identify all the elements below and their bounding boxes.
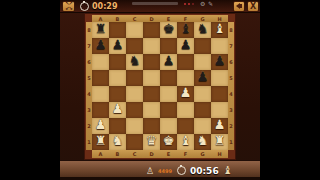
square-c5[interactable] bbox=[126, 70, 143, 86]
square-h3[interactable] bbox=[211, 102, 228, 118]
close-button[interactable]: X bbox=[247, 1, 259, 12]
square-d6[interactable] bbox=[143, 54, 160, 70]
square-d5[interactable] bbox=[143, 70, 160, 86]
piece-white-N: ♞ bbox=[197, 133, 209, 149]
white-clock-icon bbox=[177, 166, 186, 175]
piece-white-R: ♜ bbox=[214, 133, 226, 149]
square-a6[interactable] bbox=[92, 54, 109, 70]
coord-label: 4 bbox=[228, 86, 234, 102]
piece-black-N: ♞ bbox=[129, 53, 141, 69]
coord-label: 6 bbox=[228, 54, 234, 70]
square-g2[interactable] bbox=[194, 118, 211, 134]
coord-label: D bbox=[143, 150, 160, 158]
screen: ↖↗↙↘ 00:29 ⚙ ✎ X ABCDEFGH 87654321 ♜♚♝♞♝… bbox=[0, 0, 320, 180]
square-c7[interactable] bbox=[126, 38, 143, 54]
square-f1[interactable]: ♝ bbox=[177, 134, 194, 150]
square-d2[interactable] bbox=[143, 118, 160, 134]
bottom-bar: ♙ 4499 00:56 ♝ bbox=[60, 160, 260, 180]
square-b2[interactable] bbox=[109, 118, 126, 134]
mute-button[interactable] bbox=[233, 1, 245, 12]
board-squares: ♜♚♝♞♝♟♟♟♞♟♟♟♟♟♟♟♜♞♛♚♝♞♜ bbox=[92, 22, 228, 150]
coord-label: B bbox=[109, 150, 126, 158]
piece-white-K: ♚ bbox=[163, 133, 175, 149]
square-a5[interactable] bbox=[92, 70, 109, 86]
square-g5[interactable]: ♟ bbox=[194, 70, 211, 86]
square-d8[interactable] bbox=[143, 22, 160, 38]
coord-label: F bbox=[177, 150, 194, 158]
square-b7[interactable]: ♟ bbox=[109, 38, 126, 54]
square-a4[interactable] bbox=[92, 86, 109, 102]
piece-black-P: ♟ bbox=[180, 37, 192, 53]
square-d1[interactable]: ♛ bbox=[143, 134, 160, 150]
app-window: ↖↗↙↘ 00:29 ⚙ ✎ X ABCDEFGH 87654321 ♜♚♝♞♝… bbox=[60, 0, 260, 180]
coord-label: B bbox=[109, 15, 126, 22]
square-f6[interactable] bbox=[177, 54, 194, 70]
square-g7[interactable] bbox=[194, 38, 211, 54]
coord-label: 2 bbox=[228, 118, 234, 134]
coord-label: H bbox=[211, 150, 228, 158]
square-f3[interactable] bbox=[177, 102, 194, 118]
square-g3[interactable] bbox=[194, 102, 211, 118]
square-e3[interactable] bbox=[160, 102, 177, 118]
coord-label: 5 bbox=[228, 70, 234, 86]
fullscreen-button[interactable]: ↖↗↙↘ bbox=[62, 1, 75, 12]
square-b4[interactable] bbox=[109, 86, 126, 102]
square-g8[interactable]: ♞ bbox=[194, 22, 211, 38]
piece-black-P: ♟ bbox=[112, 37, 124, 53]
square-b5[interactable] bbox=[109, 70, 126, 86]
square-e8[interactable]: ♚ bbox=[160, 22, 177, 38]
square-b1[interactable]: ♞ bbox=[109, 134, 126, 150]
piece-black-N: ♞ bbox=[197, 21, 209, 37]
top-bar: ↖↗↙↘ 00:29 ⚙ ✎ X bbox=[60, 0, 260, 13]
coord-label: 8 bbox=[228, 22, 234, 38]
square-c4[interactable] bbox=[126, 86, 143, 102]
square-d4[interactable] bbox=[143, 86, 160, 102]
square-f2[interactable] bbox=[177, 118, 194, 134]
square-a2[interactable]: ♟ bbox=[92, 118, 109, 134]
square-h8[interactable]: ♝ bbox=[211, 22, 228, 38]
piece-white-Q: ♛ bbox=[146, 133, 158, 149]
piece-black-P: ♟ bbox=[95, 37, 107, 53]
close-icon: X bbox=[250, 2, 256, 11]
coord-label: 3 bbox=[228, 102, 234, 118]
square-e7[interactable] bbox=[160, 38, 177, 54]
black-clock-icon bbox=[80, 2, 89, 11]
square-e6[interactable]: ♟ bbox=[160, 54, 177, 70]
square-g1[interactable]: ♞ bbox=[194, 134, 211, 150]
square-a3[interactable] bbox=[92, 102, 109, 118]
piece-white-P: ♟ bbox=[95, 117, 107, 133]
square-a8[interactable]: ♜ bbox=[92, 22, 109, 38]
square-d3[interactable] bbox=[143, 102, 160, 118]
square-h4[interactable] bbox=[211, 86, 228, 102]
square-c2[interactable] bbox=[126, 118, 143, 134]
square-b8[interactable] bbox=[109, 22, 126, 38]
square-f8[interactable]: ♝ bbox=[177, 22, 194, 38]
piece-white-R: ♜ bbox=[95, 133, 107, 149]
coord-label: E bbox=[160, 150, 177, 158]
coord-label: D bbox=[143, 15, 160, 22]
coord-label: C bbox=[126, 15, 143, 22]
square-f5[interactable] bbox=[177, 70, 194, 86]
square-h7[interactable] bbox=[211, 38, 228, 54]
piece-black-R: ♜ bbox=[95, 21, 107, 37]
square-c1[interactable] bbox=[126, 134, 143, 150]
piece-white-B: ♝ bbox=[214, 21, 226, 37]
coord-label: G bbox=[194, 150, 211, 158]
piece-black-K: ♚ bbox=[163, 21, 175, 37]
coord-label: 1 bbox=[228, 134, 234, 150]
square-g6[interactable] bbox=[194, 54, 211, 70]
square-e4[interactable] bbox=[160, 86, 177, 102]
gear-icon: ⚙ bbox=[200, 1, 205, 7]
square-a7[interactable]: ♟ bbox=[92, 38, 109, 54]
white-pawn-icon: ♙ bbox=[146, 166, 154, 176]
square-h2[interactable]: ♟ bbox=[211, 118, 228, 134]
ad-text-blur bbox=[132, 2, 178, 5]
square-f7[interactable]: ♟ bbox=[177, 38, 194, 54]
square-c8[interactable] bbox=[126, 22, 143, 38]
square-e5[interactable] bbox=[160, 70, 177, 86]
square-g4[interactable] bbox=[194, 86, 211, 102]
coord-label: A bbox=[92, 150, 109, 158]
square-d7[interactable] bbox=[143, 38, 160, 54]
square-f4[interactable]: ♟ bbox=[177, 86, 194, 102]
piece-white-P: ♟ bbox=[180, 85, 192, 101]
black-clock: 00:29 bbox=[92, 2, 117, 11]
status-dots bbox=[184, 3, 194, 5]
square-h6[interactable]: ♟ bbox=[211, 54, 228, 70]
pencil-icon: ✎ bbox=[208, 1, 213, 7]
chess-board: ABCDEFGH 87654321 ♜♚♝♞♝♟♟♟♞♟♟♟♟♟♟♟♜♞♛♚♝♞… bbox=[84, 13, 236, 160]
coord-label: C bbox=[126, 150, 143, 158]
square-c3[interactable] bbox=[126, 102, 143, 118]
piece-black-B: ♝ bbox=[180, 21, 192, 37]
white-score: 4499 bbox=[158, 168, 172, 174]
square-e1[interactable]: ♚ bbox=[160, 134, 177, 150]
piece-white-P: ♟ bbox=[214, 117, 226, 133]
square-b6[interactable] bbox=[109, 54, 126, 70]
piece-black-P: ♟ bbox=[214, 53, 226, 69]
square-b3[interactable]: ♟ bbox=[109, 102, 126, 118]
file-labels-bottom: ABCDEFGH bbox=[92, 150, 228, 158]
square-h1[interactable]: ♜ bbox=[211, 134, 228, 150]
white-clock: 00:56 bbox=[190, 166, 219, 176]
square-a1[interactable]: ♜ bbox=[92, 134, 109, 150]
square-h5[interactable] bbox=[211, 70, 228, 86]
piece-black-P: ♟ bbox=[163, 53, 175, 69]
white-bishop-icon: ♝ bbox=[223, 165, 233, 177]
coord-label: 7 bbox=[228, 38, 234, 54]
expand-arrows-icon: ↖↗↙↘ bbox=[65, 1, 71, 11]
piece-white-B: ♝ bbox=[180, 133, 192, 149]
square-e2[interactable] bbox=[160, 118, 177, 134]
rank-labels-right: 87654321 bbox=[228, 22, 234, 150]
piece-black-P: ♟ bbox=[197, 69, 209, 85]
piece-white-P: ♟ bbox=[112, 101, 124, 117]
square-c6[interactable]: ♞ bbox=[126, 54, 143, 70]
piece-white-N: ♞ bbox=[112, 133, 124, 149]
